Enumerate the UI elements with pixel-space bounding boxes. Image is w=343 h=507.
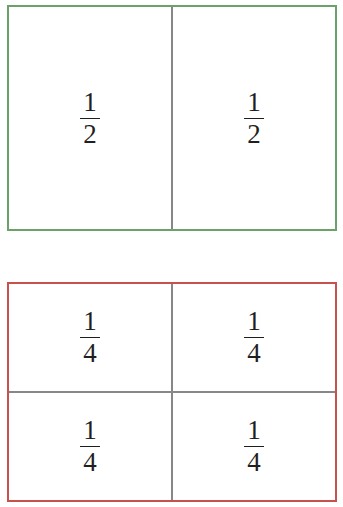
quarters-diagram: 1 4 1 4 1 4 1 4: [7, 282, 337, 502]
fraction-one-quarter: 1 4: [80, 308, 100, 367]
fraction-denominator: 2: [83, 119, 97, 148]
fraction-one-half: 1 2: [80, 89, 100, 148]
fraction-one-quarter: 1 4: [244, 417, 264, 476]
quarter-cell-top-left: 1 4: [9, 284, 171, 391]
fraction-denominator: 4: [247, 338, 261, 367]
half-cell-left: 1 2: [9, 7, 171, 229]
half-cell-right: 1 2: [173, 7, 335, 229]
fraction-numerator: 1: [80, 417, 100, 447]
fraction-numerator: 1: [80, 308, 100, 338]
fraction-one-half: 1 2: [244, 89, 264, 148]
fraction-diagrams: 1 2 1 2 1 4 1 4 1 4: [0, 0, 343, 507]
fraction-denominator: 4: [83, 338, 97, 367]
quarter-cell-bottom-right: 1 4: [173, 393, 335, 500]
quarter-cell-bottom-left: 1 4: [9, 393, 171, 500]
fraction-one-quarter: 1 4: [80, 417, 100, 476]
fraction-numerator: 1: [80, 89, 100, 119]
fraction-one-quarter: 1 4: [244, 308, 264, 367]
fraction-denominator: 4: [247, 447, 261, 476]
fraction-numerator: 1: [244, 417, 264, 447]
fraction-numerator: 1: [244, 308, 264, 338]
fraction-denominator: 4: [83, 447, 97, 476]
halves-diagram: 1 2 1 2: [7, 5, 337, 231]
fraction-denominator: 2: [247, 119, 261, 148]
quarter-cell-top-right: 1 4: [173, 284, 335, 391]
fraction-numerator: 1: [244, 89, 264, 119]
